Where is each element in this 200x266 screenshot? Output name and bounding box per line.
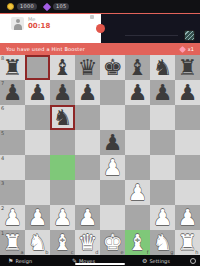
square-b3[interactable] xyxy=(25,180,50,205)
square-a8[interactable]: ♜8 xyxy=(0,55,25,80)
square-c6[interactable]: ♞ xyxy=(50,105,75,130)
rank-label-7: 7 xyxy=(1,80,4,86)
avatar-body-shape xyxy=(14,24,22,30)
coin-count[interactable]: 1000 xyxy=(17,3,37,10)
square-a2[interactable]: ♟2 xyxy=(0,205,25,230)
rank-label-8: 8 xyxy=(1,55,4,61)
square-c8[interactable]: ♝ xyxy=(50,55,75,80)
square-f8[interactable]: ♝ xyxy=(125,55,150,80)
home-indicator[interactable] xyxy=(75,263,125,265)
square-h2[interactable]: ♟ xyxy=(175,205,200,230)
gem-icon xyxy=(43,2,51,10)
square-e1[interactable]: ♚e xyxy=(100,230,125,255)
player-card: Me 00:18 xyxy=(0,14,101,43)
white-pawn[interactable]: ♟ xyxy=(25,205,50,230)
square-c1[interactable]: ♝c xyxy=(50,230,75,255)
black-pawn[interactable]: ♟ xyxy=(125,80,150,105)
square-b1[interactable]: ♞b xyxy=(25,230,50,255)
black-bishop[interactable]: ♝ xyxy=(50,55,75,80)
opponent-divider xyxy=(125,35,178,36)
square-c3[interactable] xyxy=(50,180,75,205)
square-f5[interactable] xyxy=(125,130,150,155)
gear-icon: ⚙ xyxy=(142,255,147,266)
square-d6[interactable] xyxy=(75,105,100,130)
square-b4[interactable] xyxy=(25,155,50,180)
square-f2[interactable] xyxy=(125,205,150,230)
vs-badge xyxy=(96,24,105,33)
banner-text: You have used a Hint Booster xyxy=(6,46,180,52)
settings-label: Settings xyxy=(149,258,170,264)
square-g3[interactable] xyxy=(150,180,175,205)
resign-label: Resign xyxy=(15,258,32,264)
square-c2[interactable]: ♟ xyxy=(50,205,75,230)
gem-count[interactable]: 105 xyxy=(53,3,69,10)
white-pawn[interactable]: ♟ xyxy=(75,205,100,230)
square-d4[interactable] xyxy=(75,155,100,180)
white-pawn[interactable]: ♟ xyxy=(50,205,75,230)
square-h8[interactable]: ♜ xyxy=(175,55,200,80)
square-g5[interactable] xyxy=(150,130,175,155)
white-pawn[interactable]: ♟ xyxy=(125,180,150,205)
square-b6[interactable] xyxy=(25,105,50,130)
hint-booster-banner: You have used a Hint Booster x1 xyxy=(0,43,200,55)
square-d5[interactable] xyxy=(75,130,100,155)
square-h5[interactable] xyxy=(175,130,200,155)
square-b8[interactable] xyxy=(25,55,50,80)
avatar-head-shape xyxy=(16,19,20,23)
black-king[interactable]: ♚ xyxy=(100,55,125,80)
square-a3[interactable]: 3 xyxy=(0,180,25,205)
opponent-avatar[interactable] xyxy=(184,30,195,41)
square-b5[interactable] xyxy=(25,130,50,155)
square-a5[interactable]: 5 xyxy=(0,130,25,155)
square-e6[interactable] xyxy=(100,105,125,130)
square-c5[interactable] xyxy=(50,130,75,155)
square-e4[interactable]: ♟ xyxy=(100,155,125,180)
square-d1[interactable]: ♛d xyxy=(75,230,100,255)
settings-button[interactable]: ⚙ Settings xyxy=(142,255,170,266)
black-bishop[interactable]: ♝ xyxy=(125,55,150,80)
status-circle-icon[interactable] xyxy=(190,258,196,264)
booster-count: x1 xyxy=(188,46,194,52)
square-a4[interactable]: 4 xyxy=(0,155,25,180)
square-h3[interactable] xyxy=(175,180,200,205)
black-rook[interactable]: ♜ xyxy=(175,55,200,80)
rank-label-5: 5 xyxy=(1,130,4,136)
black-pawn[interactable]: ♟ xyxy=(25,80,50,105)
rank-label-4: 4 xyxy=(1,155,4,161)
player-avatar[interactable] xyxy=(11,17,24,30)
square-a1[interactable]: ♜1a xyxy=(0,230,25,255)
square-b2[interactable]: ♟ xyxy=(25,205,50,230)
square-c7[interactable]: ♟ xyxy=(50,80,75,105)
black-pawn[interactable]: ♟ xyxy=(50,80,75,105)
square-b7[interactable]: ♟ xyxy=(25,80,50,105)
square-g7[interactable]: ♟ xyxy=(150,80,175,105)
square-e7[interactable] xyxy=(100,80,125,105)
square-e8[interactable]: ♚ xyxy=(100,55,125,80)
square-d7[interactable]: ♟ xyxy=(75,80,100,105)
black-knight[interactable]: ♞ xyxy=(150,55,175,80)
player-clock: 00:18 xyxy=(28,22,50,30)
rank-label-6: 6 xyxy=(1,105,4,111)
black-pawn[interactable]: ♟ xyxy=(100,130,125,155)
resign-button[interactable]: ⚑ Resign xyxy=(8,255,32,266)
square-d3[interactable] xyxy=(75,180,100,205)
flag-icon: ⚑ xyxy=(8,255,13,266)
rank-label-1: 1 xyxy=(1,230,4,236)
black-pawn[interactable]: ♟ xyxy=(150,80,175,105)
top-currency-bar: 1000 105 xyxy=(0,0,200,13)
square-h7[interactable]: ♟ xyxy=(175,80,200,105)
bottom-toolbar: ⚑ Resign ✎ Moves ⚙ Settings xyxy=(0,255,200,266)
square-f4[interactable] xyxy=(125,155,150,180)
white-pawn[interactable]: ♟ xyxy=(100,155,125,180)
square-f1[interactable]: ♝f xyxy=(125,230,150,255)
square-f3[interactable]: ♟ xyxy=(125,180,150,205)
black-pawn[interactable]: ♟ xyxy=(175,80,200,105)
black-pawn[interactable]: ♟ xyxy=(75,80,100,105)
opponent-card xyxy=(101,14,200,43)
square-e2[interactable] xyxy=(100,205,125,230)
white-pawn[interactable]: ♟ xyxy=(175,205,200,230)
square-f7[interactable]: ♟ xyxy=(125,80,150,105)
black-knight[interactable]: ♞ xyxy=(50,105,75,130)
square-g1[interactable]: ♞g xyxy=(150,230,175,255)
chess-board[interactable]: ♜8♝♛♚♝♞♜♟7♟♟♟♟♟♟6♞5♟4♟3♟♟2♟♟♟♟♟♜1a♞b♝c♛d… xyxy=(0,55,200,255)
square-d2[interactable]: ♟ xyxy=(75,205,100,230)
square-e5[interactable]: ♟ xyxy=(100,130,125,155)
square-h6[interactable] xyxy=(175,105,200,130)
square-f6[interactable] xyxy=(125,105,150,130)
square-a7[interactable]: ♟7 xyxy=(0,80,25,105)
rank-label-3: 3 xyxy=(1,180,4,186)
square-e3[interactable] xyxy=(100,180,125,205)
booster-gem-icon xyxy=(179,45,186,52)
square-d8[interactable]: ♛ xyxy=(75,55,100,80)
rank-label-2: 2 xyxy=(1,205,4,211)
square-g4[interactable] xyxy=(150,155,175,180)
card-menu-icon[interactable] xyxy=(90,15,94,19)
white-pawn[interactable]: ♟ xyxy=(150,205,175,230)
square-g8[interactable]: ♞ xyxy=(150,55,175,80)
black-queen[interactable]: ♛ xyxy=(75,55,100,80)
square-c4[interactable] xyxy=(50,155,75,180)
square-a6[interactable]: 6 xyxy=(0,105,25,130)
square-h1[interactable]: ♜h xyxy=(175,230,200,255)
square-h4[interactable] xyxy=(175,155,200,180)
square-g2[interactable]: ♟ xyxy=(150,205,175,230)
square-g6[interactable] xyxy=(150,105,175,130)
coin-icon xyxy=(7,3,14,10)
